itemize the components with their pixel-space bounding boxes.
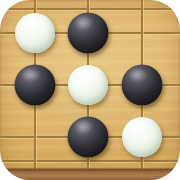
grid-line-horizontal [0, 160, 180, 162]
stone-black [68, 117, 109, 158]
stone-white [68, 65, 108, 105]
stone-black [15, 65, 56, 106]
stone-white [15, 13, 55, 53]
stone-black [122, 65, 163, 106]
stone-black [68, 13, 109, 54]
grid-line-horizontal [0, 8, 180, 10]
stone-white [122, 117, 162, 157]
go-app-icon[interactable] [0, 0, 180, 180]
board-rim [0, 169, 180, 180]
